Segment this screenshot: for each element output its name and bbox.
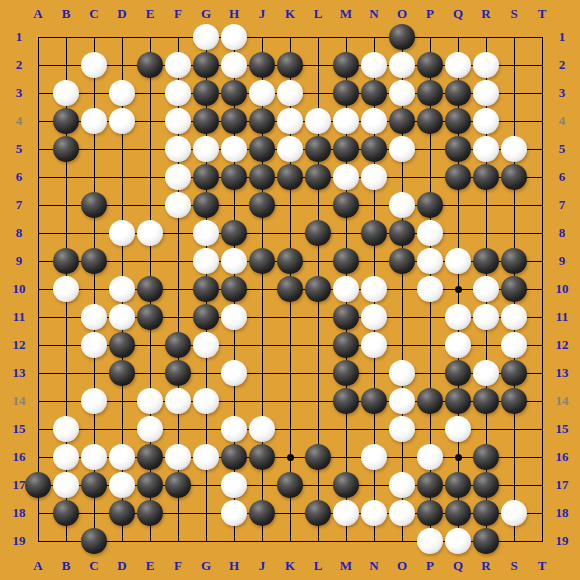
- row-label-3: 3: [7, 86, 31, 100]
- black-stone-L8: [305, 220, 331, 246]
- black-stone-E2: [137, 52, 163, 78]
- black-stone-C17: [81, 472, 107, 498]
- black-stone-P7: [417, 192, 443, 218]
- row-label-19: 19: [550, 534, 574, 548]
- black-stone-R9: [473, 248, 499, 274]
- row-label-11: 11: [7, 310, 31, 324]
- white-stone-D8: [109, 220, 135, 246]
- column-label-B: B: [54, 7, 78, 21]
- black-stone-M3: [333, 80, 359, 106]
- black-stone-R18: [473, 500, 499, 526]
- black-stone-P17: [417, 472, 443, 498]
- white-stone-O18: [389, 500, 415, 526]
- white-stone-R2: [473, 52, 499, 78]
- black-stone-M7: [333, 192, 359, 218]
- column-label-C: C: [82, 7, 106, 21]
- white-stone-P9: [417, 248, 443, 274]
- black-stone-J9: [249, 248, 275, 274]
- white-stone-N12: [361, 332, 387, 358]
- black-stone-G6: [193, 164, 219, 190]
- black-stone-D13: [109, 360, 135, 386]
- black-stone-C19: [81, 528, 107, 554]
- row-label-8: 8: [7, 226, 31, 240]
- black-stone-P4: [417, 108, 443, 134]
- row-label-7: 7: [550, 198, 574, 212]
- black-stone-C7: [81, 192, 107, 218]
- white-stone-N10: [361, 276, 387, 302]
- white-stone-C2: [81, 52, 107, 78]
- row-label-10: 10: [7, 282, 31, 296]
- black-stone-Q14: [445, 388, 471, 414]
- black-stone-S13: [501, 360, 527, 386]
- row-label-6: 6: [550, 170, 574, 184]
- white-stone-O13: [389, 360, 415, 386]
- row-label-16: 16: [7, 450, 31, 464]
- column-label-Q: Q: [446, 7, 470, 21]
- row-label-17: 17: [7, 478, 31, 492]
- black-stone-O9: [389, 248, 415, 274]
- black-stone-E10: [137, 276, 163, 302]
- black-stone-O8: [389, 220, 415, 246]
- black-stone-K9: [277, 248, 303, 274]
- column-label-J: J: [250, 7, 274, 21]
- star-point-K16: [287, 454, 294, 461]
- row-label-4: 4: [550, 114, 574, 128]
- black-stone-H6: [221, 164, 247, 190]
- white-stone-P10: [417, 276, 443, 302]
- black-stone-N3: [361, 80, 387, 106]
- white-stone-O7: [389, 192, 415, 218]
- white-stone-S12: [501, 332, 527, 358]
- black-stone-M13: [333, 360, 359, 386]
- row-label-6: 6: [7, 170, 31, 184]
- black-stone-S6: [501, 164, 527, 190]
- black-stone-K10: [277, 276, 303, 302]
- black-stone-P3: [417, 80, 443, 106]
- white-stone-G12: [193, 332, 219, 358]
- column-label-L: L: [306, 559, 330, 573]
- black-stone-B9: [53, 248, 79, 274]
- black-stone-L18: [305, 500, 331, 526]
- white-stone-M6: [333, 164, 359, 190]
- black-stone-J5: [249, 136, 275, 162]
- white-stone-D10: [109, 276, 135, 302]
- black-stone-K17: [277, 472, 303, 498]
- white-stone-D16: [109, 444, 135, 470]
- black-stone-D12: [109, 332, 135, 358]
- white-stone-B17: [53, 472, 79, 498]
- black-stone-D18: [109, 500, 135, 526]
- column-label-M: M: [334, 7, 358, 21]
- white-stone-C11: [81, 304, 107, 330]
- column-label-E: E: [138, 7, 162, 21]
- column-label-H: H: [222, 7, 246, 21]
- black-stone-R14: [473, 388, 499, 414]
- row-label-12: 12: [7, 338, 31, 352]
- white-stone-H11: [221, 304, 247, 330]
- white-stone-H13: [221, 360, 247, 386]
- black-stone-G7: [193, 192, 219, 218]
- row-label-2: 2: [550, 58, 574, 72]
- black-stone-R6: [473, 164, 499, 190]
- black-stone-L6: [305, 164, 331, 190]
- row-label-4: 4: [7, 114, 31, 128]
- black-stone-L5: [305, 136, 331, 162]
- black-stone-H10: [221, 276, 247, 302]
- column-label-D: D: [110, 559, 134, 573]
- black-stone-J16: [249, 444, 275, 470]
- white-stone-P8: [417, 220, 443, 246]
- column-label-G: G: [194, 7, 218, 21]
- row-label-14: 14: [7, 394, 31, 408]
- black-stone-J7: [249, 192, 275, 218]
- white-stone-H17: [221, 472, 247, 498]
- column-label-F: F: [166, 559, 190, 573]
- black-stone-B4: [53, 108, 79, 134]
- white-stone-S11: [501, 304, 527, 330]
- white-stone-R4: [473, 108, 499, 134]
- black-stone-H16: [221, 444, 247, 470]
- column-label-T: T: [530, 559, 554, 573]
- black-stone-Q18: [445, 500, 471, 526]
- black-stone-J18: [249, 500, 275, 526]
- white-stone-F2: [165, 52, 191, 78]
- black-stone-G2: [193, 52, 219, 78]
- black-stone-R19: [473, 528, 499, 554]
- white-stone-D3: [109, 80, 135, 106]
- white-stone-B3: [53, 80, 79, 106]
- row-label-5: 5: [7, 142, 31, 156]
- row-label-16: 16: [550, 450, 574, 464]
- white-stone-O17: [389, 472, 415, 498]
- white-stone-B16: [53, 444, 79, 470]
- black-stone-S9: [501, 248, 527, 274]
- black-stone-E18: [137, 500, 163, 526]
- black-stone-Q13: [445, 360, 471, 386]
- white-stone-G1: [193, 24, 219, 50]
- star-point-Q10: [455, 286, 462, 293]
- black-stone-B18: [53, 500, 79, 526]
- white-stone-M10: [333, 276, 359, 302]
- black-stone-S10: [501, 276, 527, 302]
- white-stone-E15: [137, 416, 163, 442]
- black-stone-R16: [473, 444, 499, 470]
- white-stone-F16: [165, 444, 191, 470]
- white-stone-Q19: [445, 528, 471, 554]
- row-label-13: 13: [7, 366, 31, 380]
- row-label-1: 1: [550, 30, 574, 44]
- row-label-3: 3: [550, 86, 574, 100]
- white-stone-E14: [137, 388, 163, 414]
- row-label-13: 13: [550, 366, 574, 380]
- column-label-T: T: [530, 7, 554, 21]
- black-stone-E11: [137, 304, 163, 330]
- white-stone-M4: [333, 108, 359, 134]
- row-label-9: 9: [550, 254, 574, 268]
- black-stone-G10: [193, 276, 219, 302]
- white-stone-G5: [193, 136, 219, 162]
- column-label-J: J: [250, 559, 274, 573]
- row-label-9: 9: [7, 254, 31, 268]
- row-label-15: 15: [550, 422, 574, 436]
- black-stone-N8: [361, 220, 387, 246]
- column-label-N: N: [362, 7, 386, 21]
- white-stone-C4: [81, 108, 107, 134]
- white-stone-G16: [193, 444, 219, 470]
- white-stone-J15: [249, 416, 275, 442]
- black-stone-M5: [333, 136, 359, 162]
- white-stone-O15: [389, 416, 415, 442]
- black-stone-F13: [165, 360, 191, 386]
- column-label-N: N: [362, 559, 386, 573]
- black-stone-F12: [165, 332, 191, 358]
- white-stone-S18: [501, 500, 527, 526]
- white-stone-E8: [137, 220, 163, 246]
- black-stone-O1: [389, 24, 415, 50]
- white-stone-R11: [473, 304, 499, 330]
- white-stone-M18: [333, 500, 359, 526]
- black-stone-H4: [221, 108, 247, 134]
- white-stone-C14: [81, 388, 107, 414]
- black-stone-E16: [137, 444, 163, 470]
- column-label-O: O: [390, 7, 414, 21]
- white-stone-R10: [473, 276, 499, 302]
- black-stone-F17: [165, 472, 191, 498]
- white-stone-G8: [193, 220, 219, 246]
- black-stone-J6: [249, 164, 275, 190]
- black-stone-J2: [249, 52, 275, 78]
- column-label-K: K: [278, 559, 302, 573]
- row-label-10: 10: [550, 282, 574, 296]
- column-label-A: A: [26, 559, 50, 573]
- column-label-S: S: [502, 559, 526, 573]
- white-stone-Q12: [445, 332, 471, 358]
- column-label-P: P: [418, 559, 442, 573]
- black-stone-J4: [249, 108, 275, 134]
- row-label-18: 18: [7, 506, 31, 520]
- black-stone-S14: [501, 388, 527, 414]
- white-stone-H18: [221, 500, 247, 526]
- black-stone-Q17: [445, 472, 471, 498]
- black-stone-M2: [333, 52, 359, 78]
- white-stone-Q9: [445, 248, 471, 274]
- white-stone-D11: [109, 304, 135, 330]
- white-stone-Q15: [445, 416, 471, 442]
- black-stone-Q3: [445, 80, 471, 106]
- white-stone-F4: [165, 108, 191, 134]
- column-label-E: E: [138, 559, 162, 573]
- white-stone-H5: [221, 136, 247, 162]
- white-stone-Q2: [445, 52, 471, 78]
- white-stone-F7: [165, 192, 191, 218]
- black-stone-G4: [193, 108, 219, 134]
- black-stone-K6: [277, 164, 303, 190]
- row-label-7: 7: [7, 198, 31, 212]
- white-stone-P19: [417, 528, 443, 554]
- white-stone-J3: [249, 80, 275, 106]
- column-label-F: F: [166, 7, 190, 21]
- white-stone-O14: [389, 388, 415, 414]
- column-label-B: B: [54, 559, 78, 573]
- black-stone-G3: [193, 80, 219, 106]
- black-stone-P2: [417, 52, 443, 78]
- row-label-5: 5: [550, 142, 574, 156]
- white-stone-F5: [165, 136, 191, 162]
- star-point-Q16: [455, 454, 462, 461]
- white-stone-N4: [361, 108, 387, 134]
- white-stone-S5: [501, 136, 527, 162]
- black-stone-O4: [389, 108, 415, 134]
- white-stone-O5: [389, 136, 415, 162]
- column-label-R: R: [474, 559, 498, 573]
- black-stone-M12: [333, 332, 359, 358]
- black-stone-M17: [333, 472, 359, 498]
- column-label-H: H: [222, 559, 246, 573]
- black-stone-Q6: [445, 164, 471, 190]
- white-stone-R5: [473, 136, 499, 162]
- white-stone-K3: [277, 80, 303, 106]
- black-stone-R17: [473, 472, 499, 498]
- column-label-L: L: [306, 7, 330, 21]
- white-stone-N6: [361, 164, 387, 190]
- white-stone-K4: [277, 108, 303, 134]
- row-label-11: 11: [550, 310, 574, 324]
- black-stone-H3: [221, 80, 247, 106]
- white-stone-G9: [193, 248, 219, 274]
- black-stone-N5: [361, 136, 387, 162]
- white-stone-N2: [361, 52, 387, 78]
- black-stone-P14: [417, 388, 443, 414]
- white-stone-B10: [53, 276, 79, 302]
- white-stone-N18: [361, 500, 387, 526]
- column-label-P: P: [418, 7, 442, 21]
- black-stone-Q4: [445, 108, 471, 134]
- row-label-12: 12: [550, 338, 574, 352]
- column-label-K: K: [278, 7, 302, 21]
- white-stone-O3: [389, 80, 415, 106]
- white-stone-K5: [277, 136, 303, 162]
- black-stone-B5: [53, 136, 79, 162]
- white-stone-P16: [417, 444, 443, 470]
- black-stone-M11: [333, 304, 359, 330]
- row-label-17: 17: [550, 478, 574, 492]
- row-label-19: 19: [7, 534, 31, 548]
- black-stone-L16: [305, 444, 331, 470]
- column-label-R: R: [474, 7, 498, 21]
- white-stone-H2: [221, 52, 247, 78]
- white-stone-H9: [221, 248, 247, 274]
- white-stone-H15: [221, 416, 247, 442]
- white-stone-L4: [305, 108, 331, 134]
- white-stone-G14: [193, 388, 219, 414]
- column-label-M: M: [334, 559, 358, 573]
- white-stone-F14: [165, 388, 191, 414]
- white-stone-D17: [109, 472, 135, 498]
- white-stone-C12: [81, 332, 107, 358]
- black-stone-M14: [333, 388, 359, 414]
- black-stone-K2: [277, 52, 303, 78]
- row-label-18: 18: [550, 506, 574, 520]
- black-stone-L10: [305, 276, 331, 302]
- white-stone-R3: [473, 80, 499, 106]
- black-stone-E17: [137, 472, 163, 498]
- row-label-2: 2: [7, 58, 31, 72]
- column-label-Q: Q: [446, 559, 470, 573]
- row-label-14: 14: [550, 394, 574, 408]
- row-label-15: 15: [7, 422, 31, 436]
- black-stone-P18: [417, 500, 443, 526]
- white-stone-F6: [165, 164, 191, 190]
- white-stone-F3: [165, 80, 191, 106]
- column-label-G: G: [194, 559, 218, 573]
- black-stone-G11: [193, 304, 219, 330]
- row-label-8: 8: [550, 226, 574, 240]
- white-stone-N16: [361, 444, 387, 470]
- black-stone-H8: [221, 220, 247, 246]
- white-stone-D4: [109, 108, 135, 134]
- go-board-app: ABCDEFGHJKLMNOPQRST ABCDEFGHJKLMNOPQRST …: [0, 0, 580, 580]
- black-stone-C9: [81, 248, 107, 274]
- black-stone-M9: [333, 248, 359, 274]
- column-label-D: D: [110, 7, 134, 21]
- white-stone-C16: [81, 444, 107, 470]
- column-label-S: S: [502, 7, 526, 21]
- white-stone-N11: [361, 304, 387, 330]
- white-stone-H1: [221, 24, 247, 50]
- black-stone-Q5: [445, 136, 471, 162]
- white-stone-O2: [389, 52, 415, 78]
- row-label-1: 1: [7, 30, 31, 44]
- column-label-O: O: [390, 559, 414, 573]
- column-label-C: C: [82, 559, 106, 573]
- white-stone-R13: [473, 360, 499, 386]
- column-label-A: A: [26, 7, 50, 21]
- black-stone-N14: [361, 388, 387, 414]
- white-stone-B15: [53, 416, 79, 442]
- white-stone-Q11: [445, 304, 471, 330]
